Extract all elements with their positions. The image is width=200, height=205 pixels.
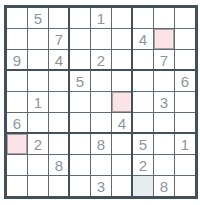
cell-r6c2[interactable]	[28, 113, 48, 133]
cell-r7c6[interactable]	[112, 134, 132, 154]
sudoku-grid: 5174942756136428518238	[7, 8, 195, 196]
cell-r3c5[interactable]: 2	[91, 50, 111, 70]
cell-r8c7[interactable]: 2	[133, 155, 153, 175]
cell-r3c4[interactable]	[70, 50, 90, 70]
cell-r5c5[interactable]	[91, 92, 111, 112]
cell-r7c4[interactable]	[70, 134, 90, 154]
cell-r1c9[interactable]	[175, 8, 195, 28]
cell-r7c9[interactable]: 1	[175, 134, 195, 154]
cell-r8c9[interactable]	[175, 155, 195, 175]
cell-r8c8[interactable]	[154, 155, 174, 175]
cell-r4c6[interactable]	[112, 71, 132, 91]
cell-r2c6[interactable]	[112, 29, 132, 49]
cell-r3c3[interactable]: 4	[49, 50, 69, 70]
cell-r1c7[interactable]	[133, 8, 153, 28]
cell-r4c1[interactable]	[7, 71, 27, 91]
cell-r4c4[interactable]: 5	[70, 71, 90, 91]
cell-r1c5[interactable]: 1	[91, 8, 111, 28]
cell-r7c1[interactable]	[7, 134, 27, 154]
cell-r8c5[interactable]	[91, 155, 111, 175]
cell-r2c3[interactable]: 7	[49, 29, 69, 49]
cell-r6c6[interactable]: 4	[112, 113, 132, 133]
cell-r1c2[interactable]: 5	[28, 8, 48, 28]
cell-r9c8[interactable]: 8	[154, 176, 174, 196]
cell-r2c9[interactable]	[175, 29, 195, 49]
cell-r2c1[interactable]	[7, 29, 27, 49]
cell-r3c7[interactable]	[133, 50, 153, 70]
cell-r6c9[interactable]	[175, 113, 195, 133]
cell-r6c7[interactable]	[133, 113, 153, 133]
cell-r1c6[interactable]	[112, 8, 132, 28]
cell-r4c7[interactable]	[133, 71, 153, 91]
cell-r1c8[interactable]	[154, 8, 174, 28]
cell-r5c9[interactable]	[175, 92, 195, 112]
cell-r4c9[interactable]: 6	[175, 71, 195, 91]
cell-r9c2[interactable]	[28, 176, 48, 196]
cell-r4c3[interactable]	[49, 71, 69, 91]
cell-r3c1[interactable]: 9	[7, 50, 27, 70]
sudoku-board: 5174942756136428518238	[4, 5, 198, 199]
cell-r5c1[interactable]	[7, 92, 27, 112]
cell-r3c9[interactable]	[175, 50, 195, 70]
cell-r5c7[interactable]	[133, 92, 153, 112]
cell-r4c5[interactable]	[91, 71, 111, 91]
cell-r2c2[interactable]	[28, 29, 48, 49]
cell-r6c3[interactable]	[49, 113, 69, 133]
cell-r9c7[interactable]	[133, 176, 153, 196]
cell-r9c9[interactable]	[175, 176, 195, 196]
cell-r8c2[interactable]	[28, 155, 48, 175]
cell-r8c4[interactable]	[70, 155, 90, 175]
cell-r5c2[interactable]: 1	[28, 92, 48, 112]
cell-r1c4[interactable]	[70, 8, 90, 28]
cell-r3c8[interactable]: 7	[154, 50, 174, 70]
cell-r5c6[interactable]	[112, 92, 132, 112]
cell-r6c4[interactable]	[70, 113, 90, 133]
cell-r9c6[interactable]	[112, 176, 132, 196]
cell-r5c3[interactable]	[49, 92, 69, 112]
cell-r2c4[interactable]	[70, 29, 90, 49]
cell-r2c8[interactable]	[154, 29, 174, 49]
cell-r2c7[interactable]: 4	[133, 29, 153, 49]
cell-r7c5[interactable]: 8	[91, 134, 111, 154]
cell-r6c8[interactable]	[154, 113, 174, 133]
cell-r4c2[interactable]	[28, 71, 48, 91]
cell-r9c1[interactable]	[7, 176, 27, 196]
cell-r8c3[interactable]: 8	[49, 155, 69, 175]
cell-r3c6[interactable]	[112, 50, 132, 70]
cell-r7c2[interactable]: 2	[28, 134, 48, 154]
cell-r5c4[interactable]	[70, 92, 90, 112]
cell-r7c7[interactable]: 5	[133, 134, 153, 154]
cell-r9c3[interactable]	[49, 176, 69, 196]
cell-r8c6[interactable]	[112, 155, 132, 175]
cell-r4c8[interactable]	[154, 71, 174, 91]
cell-r7c8[interactable]	[154, 134, 174, 154]
cell-r1c3[interactable]	[49, 8, 69, 28]
cell-r2c5[interactable]	[91, 29, 111, 49]
cell-r9c4[interactable]	[70, 176, 90, 196]
cell-r3c2[interactable]	[28, 50, 48, 70]
cell-r7c3[interactable]	[49, 134, 69, 154]
cell-r6c5[interactable]	[91, 113, 111, 133]
cell-r9c5[interactable]: 3	[91, 176, 111, 196]
cell-r1c1[interactable]	[7, 8, 27, 28]
cell-r5c8[interactable]: 3	[154, 92, 174, 112]
cell-r6c1[interactable]: 6	[7, 113, 27, 133]
cell-r8c1[interactable]	[7, 155, 27, 175]
